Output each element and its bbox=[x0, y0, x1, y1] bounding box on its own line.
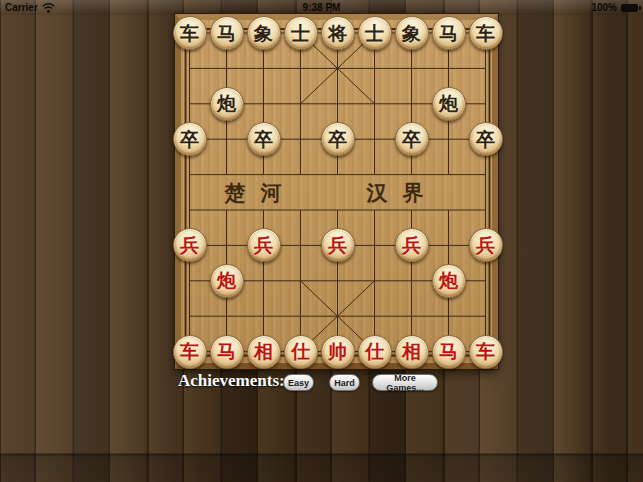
piece-black-soldier[interactable]: 卒 bbox=[173, 122, 207, 156]
piece-black-chariot[interactable]: 车 bbox=[469, 16, 503, 50]
piece-red-chariot[interactable]: 车 bbox=[173, 335, 207, 369]
achievements-label: Achievements: bbox=[178, 371, 285, 391]
piece-red-elephant[interactable]: 相 bbox=[395, 335, 429, 369]
status-left: Carrier bbox=[5, 2, 55, 13]
status-bar: Carrier 9:38 PM 100% bbox=[0, 0, 643, 15]
piece-black-cannon[interactable]: 炮 bbox=[432, 87, 466, 121]
piece-black-advisor[interactable]: 士 bbox=[284, 16, 318, 50]
piece-red-cannon[interactable]: 炮 bbox=[210, 264, 244, 298]
piece-black-soldier[interactable]: 卒 bbox=[395, 122, 429, 156]
piece-black-elephant[interactable]: 象 bbox=[247, 16, 281, 50]
piece-red-soldier[interactable]: 兵 bbox=[321, 228, 355, 262]
piece-red-chariot[interactable]: 车 bbox=[469, 335, 503, 369]
status-right: 100% bbox=[591, 2, 638, 13]
piece-black-soldier[interactable]: 卒 bbox=[247, 122, 281, 156]
piece-black-elephant[interactable]: 象 bbox=[395, 16, 429, 50]
piece-red-soldier[interactable]: 兵 bbox=[469, 228, 503, 262]
easy-button[interactable]: Easy bbox=[283, 374, 314, 391]
piece-black-horse[interactable]: 马 bbox=[432, 16, 466, 50]
river-label-han-jie: 汉界 bbox=[347, 175, 443, 210]
piece-red-elephant[interactable]: 相 bbox=[247, 335, 281, 369]
piece-red-soldier[interactable]: 兵 bbox=[395, 228, 429, 262]
hard-button[interactable]: Hard bbox=[329, 374, 360, 391]
clock: 9:38 PM bbox=[0, 2, 643, 13]
piece-red-horse[interactable]: 马 bbox=[432, 335, 466, 369]
piece-red-advisor[interactable]: 仕 bbox=[358, 335, 392, 369]
piece-black-soldier[interactable]: 卒 bbox=[321, 122, 355, 156]
piece-black-soldier[interactable]: 卒 bbox=[469, 122, 503, 156]
piece-black-horse[interactable]: 马 bbox=[210, 16, 244, 50]
battery-percent: 100% bbox=[591, 2, 617, 13]
piece-black-advisor[interactable]: 士 bbox=[358, 16, 392, 50]
piece-red-horse[interactable]: 马 bbox=[210, 335, 244, 369]
carrier-label: Carrier bbox=[5, 2, 38, 13]
more-games-button[interactable]: More Games... bbox=[372, 374, 438, 391]
piece-red-soldier[interactable]: 兵 bbox=[247, 228, 281, 262]
board[interactable]: 楚河 汉界 车马象士将士象马车炮炮卒卒卒卒卒兵兵兵兵兵炮炮车马相仕帅仕相马车 bbox=[175, 14, 498, 369]
piece-black-chariot[interactable]: 车 bbox=[173, 16, 207, 50]
piece-red-advisor[interactable]: 仕 bbox=[284, 335, 318, 369]
piece-black-cannon[interactable]: 炮 bbox=[210, 87, 244, 121]
battery-full-icon bbox=[621, 4, 638, 12]
river-label-chu-he: 楚河 bbox=[205, 175, 301, 210]
piece-red-cannon[interactable]: 炮 bbox=[432, 264, 466, 298]
app-background: { "game": "xiangqi", "position": { "fen"… bbox=[0, 0, 643, 482]
piece-red-general[interactable]: 帅 bbox=[321, 335, 355, 369]
piece-red-soldier[interactable]: 兵 bbox=[173, 228, 207, 262]
piece-black-general[interactable]: 将 bbox=[321, 16, 355, 50]
wifi-icon bbox=[42, 3, 55, 13]
